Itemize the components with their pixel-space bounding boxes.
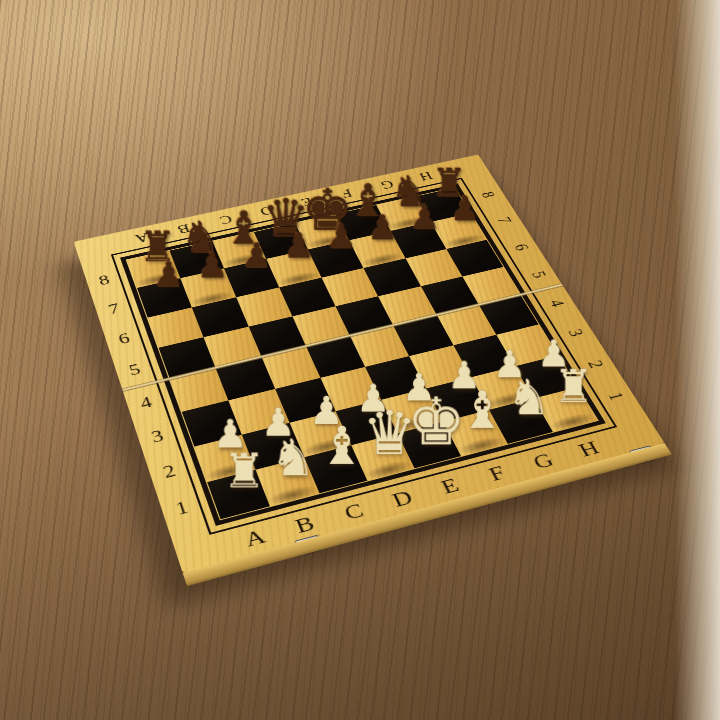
file-label-bottom-d: D <box>372 479 432 518</box>
photo-scene: ABCDEFGH ABCDEFGH 87654321 87654321 ♜♞♝♛… <box>0 0 720 720</box>
white-rook-a1[interactable]: ♜ <box>209 429 280 509</box>
file-label-bottom-f: F <box>467 455 527 492</box>
rank-label-right-4: 4 <box>530 289 583 317</box>
file-label-bottom-g: G <box>513 442 573 479</box>
file-label-bottom-h: H <box>559 431 619 467</box>
rank-label-right-7: 7 <box>479 208 529 233</box>
chess-board: ABCDEFGH ABCDEFGH 87654321 87654321 ♜♞♝♛… <box>74 155 665 573</box>
file-label-bottom-c: C <box>324 492 384 531</box>
rank-label-left-4: 4 <box>126 383 167 423</box>
rank-label-left-2: 2 <box>148 450 191 494</box>
file-label-bottom-a: A <box>225 518 285 558</box>
file-label-bottom-b: B <box>275 505 335 545</box>
rank-label-right-6: 6 <box>495 234 546 260</box>
rank-label-left-1: 1 <box>160 486 204 532</box>
rank-label-left-3: 3 <box>137 416 179 458</box>
rank-label-left-5: 5 <box>115 351 155 390</box>
rank-label-right-8: 8 <box>463 183 512 207</box>
file-label-bottom-e: E <box>420 467 480 505</box>
